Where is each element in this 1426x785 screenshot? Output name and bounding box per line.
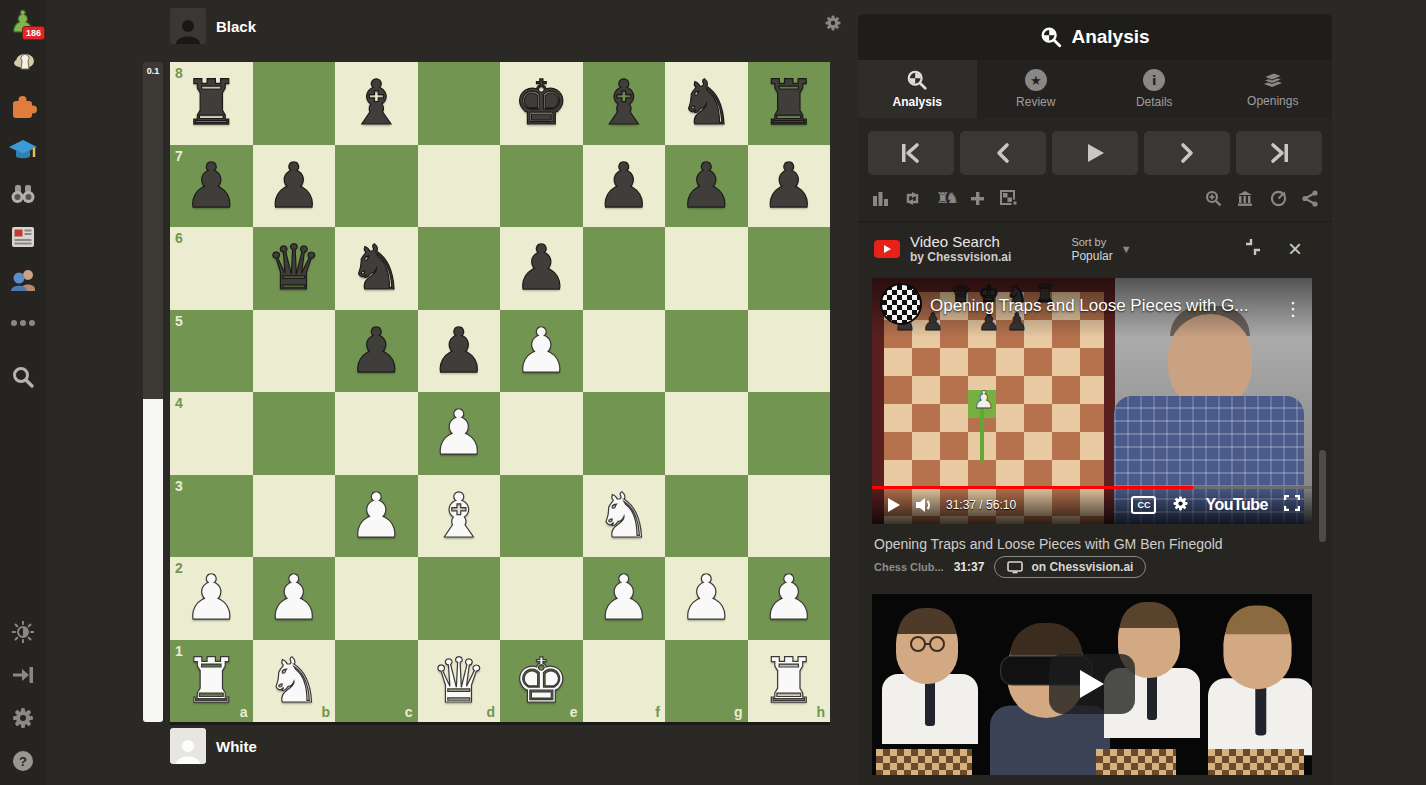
square-e2[interactable]	[500, 557, 583, 640]
square-d7[interactable]	[418, 145, 501, 228]
analysis-tools: ♜♞	[858, 183, 1332, 217]
piece-white-knight[interactable]: ♞	[253, 640, 336, 723]
piece-white-king[interactable]: ♚	[500, 640, 583, 723]
skip-end-icon	[1267, 142, 1291, 164]
gear-icon	[824, 14, 842, 32]
pieces-icon[interactable]: ♜♞	[936, 189, 955, 207]
flip-board-icon[interactable]	[904, 190, 921, 207]
sort-dropdown[interactable]: Sort by Popular ▼	[1071, 235, 1131, 263]
gear-icon	[11, 706, 35, 730]
video-search-title: Video Search	[910, 234, 1011, 250]
rank-label: 3	[175, 478, 183, 494]
piece-black-pawn[interactable]: ♟	[253, 145, 336, 228]
thumb-chessboard	[876, 749, 972, 775]
piece-white-pawn[interactable]: ♟	[335, 475, 418, 558]
evaluation-value: 0.1	[143, 66, 163, 76]
video-progress-fill	[872, 486, 1193, 489]
square-b1[interactable]: b♞	[253, 640, 336, 723]
video-search-widget: Video Search by Chessvision.ai Sort by P…	[858, 221, 1332, 775]
sort-value: Popular	[1071, 249, 1112, 263]
star-circle-icon: ★	[1025, 69, 1047, 91]
square-g6[interactable]	[665, 227, 748, 310]
square-c7[interactable]	[335, 145, 418, 228]
thumbnail-play-button[interactable]	[1049, 654, 1135, 714]
square-h7[interactable]: ♟	[748, 145, 831, 228]
piece-white-pawn[interactable]: ♟	[418, 392, 501, 475]
square-g1[interactable]: g	[665, 640, 748, 723]
sidebar-item-news[interactable]	[7, 221, 39, 253]
square-b5[interactable]	[253, 310, 336, 393]
file-label: f	[655, 704, 660, 720]
volume-icon[interactable]	[915, 497, 934, 513]
piece-white-pawn[interactable]: ♟	[665, 557, 748, 640]
square-c3[interactable]: ♟	[335, 475, 418, 558]
video-menu-icon[interactable]: ⋮	[1284, 298, 1302, 320]
tab-label: Analysis	[893, 95, 942, 109]
binoculars-icon	[9, 182, 37, 206]
tab-openings[interactable]: Openings	[1214, 60, 1333, 118]
video-play-button[interactable]	[886, 497, 901, 513]
piece-black-knight[interactable]: ♞	[665, 62, 748, 145]
avatar[interactable]	[170, 728, 206, 764]
video-settings-gear-icon[interactable]	[1172, 495, 1189, 516]
square-c1[interactable]: c	[335, 640, 418, 723]
piece-white-rook[interactable]: ♜	[170, 640, 253, 723]
tab-details[interactable]: i Details	[1095, 60, 1214, 118]
practice-target-icon[interactable]	[1270, 190, 1287, 207]
player-row-white: White	[170, 726, 830, 766]
brightness-icon	[12, 621, 34, 643]
search-icon	[11, 365, 35, 389]
square-d8[interactable]	[418, 62, 501, 145]
piece-black-rook[interactable]: ♜	[748, 62, 831, 145]
video-timestamp: 31:37	[954, 560, 985, 574]
panel-header: Analysis	[858, 14, 1332, 60]
sidebar-item-watch[interactable]	[7, 178, 39, 210]
square-f4[interactable]	[583, 392, 666, 475]
video-title[interactable]: Opening Traps and Loose Pieces with GM B…	[874, 536, 1316, 552]
square-f7[interactable]: ♟	[583, 145, 666, 228]
piece-black-pawn[interactable]: ♟	[583, 145, 666, 228]
square-a4[interactable]: 4	[170, 392, 253, 475]
piece-black-pawn[interactable]: ♟	[418, 310, 501, 393]
square-d3[interactable]: ♝	[418, 475, 501, 558]
square-e1[interactable]: e♚	[500, 640, 583, 723]
app-sidebar: ♟ 186	[0, 0, 46, 785]
square-a6[interactable]: 6	[170, 227, 253, 310]
video-search-header: Video Search by Chessvision.ai Sort by P…	[858, 234, 1332, 264]
piece-white-pawn[interactable]: ♟	[500, 310, 583, 393]
panel-title: Analysis	[1071, 26, 1149, 48]
monitor-icon	[1007, 561, 1023, 574]
square-e8[interactable]: ♚	[500, 62, 583, 145]
jump-to-end-button[interactable]	[1236, 131, 1322, 175]
square-h5[interactable]	[748, 310, 831, 393]
evaluation-white-section	[143, 399, 163, 722]
scrollbar-thumb[interactable]	[1319, 450, 1326, 542]
piece-white-pawn[interactable]: ♟	[748, 557, 831, 640]
square-g7[interactable]: ♟	[665, 145, 748, 228]
piece-black-queen[interactable]: ♛	[253, 227, 336, 310]
video-player[interactable]: ♛ ♚ ♞ ♜ ♟ ♟ ♟ ♟ ♟ Opening Traps and Loos…	[872, 278, 1312, 524]
jump-to-start-button[interactable]	[868, 131, 954, 175]
square-a5[interactable]: 5	[170, 310, 253, 393]
square-d1[interactable]: d♛	[418, 640, 501, 723]
hand-pawn-icon	[9, 51, 37, 79]
sidebar-item-play[interactable]	[7, 49, 39, 81]
evaluation-bar: 0.1	[143, 62, 163, 722]
square-b7[interactable]: ♟	[253, 145, 336, 228]
avatar[interactable]	[170, 8, 206, 44]
square-g5[interactable]	[665, 310, 748, 393]
chevron-down-icon: ▼	[1121, 243, 1132, 255]
piece-white-pawn[interactable]: ♟	[253, 557, 336, 640]
tab-analysis[interactable]: Analysis	[858, 60, 977, 118]
youtube-icon	[874, 240, 900, 258]
step-forward-button[interactable]	[1144, 131, 1230, 175]
sidebar-item-social[interactable]	[7, 264, 39, 296]
square-g4[interactable]	[665, 392, 748, 475]
square-g3[interactable]	[665, 475, 748, 558]
square-f8[interactable]: ♝	[583, 62, 666, 145]
setup-board-icon[interactable]	[1000, 190, 1019, 207]
step-back-button[interactable]	[960, 131, 1046, 175]
video-search-byline: by Chessvision.ai	[910, 250, 1011, 264]
captions-button[interactable]: CC	[1131, 496, 1156, 514]
piece-white-queen[interactable]: ♛	[418, 640, 501, 723]
newspaper-icon	[10, 225, 36, 249]
piece-black-rook[interactable]: ♜	[170, 62, 253, 145]
thumb-chessboard	[1096, 749, 1176, 775]
square-a7[interactable]: 7♟	[170, 145, 253, 228]
square-b2[interactable]: ♟	[253, 557, 336, 640]
piece-black-pawn[interactable]: ♟	[748, 145, 831, 228]
tab-review[interactable]: ★ Review	[977, 60, 1096, 118]
bar-chart-icon[interactable]	[872, 190, 889, 206]
puzzle-icon	[9, 94, 37, 122]
move-arrow	[980, 406, 984, 462]
sidebar-item-puzzles[interactable]	[7, 92, 39, 124]
square-f5[interactable]	[583, 310, 666, 393]
player-name-white: White	[216, 738, 257, 755]
add-icon[interactable]	[970, 191, 985, 206]
square-e3[interactable]	[500, 475, 583, 558]
library-add-icon[interactable]	[1237, 190, 1255, 207]
thumb-chessboard	[1208, 749, 1304, 775]
file-label: g	[734, 704, 743, 720]
square-c6[interactable]: ♞	[335, 227, 418, 310]
square-d6[interactable]	[418, 227, 501, 310]
video-overlay-title: Opening Traps and Loose Pieces with G...	[872, 278, 1312, 338]
sidebar-item-settings[interactable]	[7, 702, 39, 734]
sort-label: Sort by	[1071, 235, 1112, 249]
player-row-black: Black	[170, 6, 830, 46]
square-e4[interactable]	[500, 392, 583, 475]
piece-black-bishop[interactable]: ♝	[335, 62, 418, 145]
piece-white-pawn[interactable]: ♟	[583, 557, 666, 640]
sidebar-item-search[interactable]	[7, 361, 39, 393]
square-b6[interactable]: ♛	[253, 227, 336, 310]
piece-white-bishop[interactable]: ♝	[418, 475, 501, 558]
square-h4[interactable]	[748, 392, 831, 475]
square-g2[interactable]: ♟	[665, 557, 748, 640]
piece-black-pawn[interactable]: ♟	[335, 310, 418, 393]
info-circle-icon: i	[1143, 69, 1165, 91]
square-b8[interactable]	[253, 62, 336, 145]
tab-label: Details	[1136, 95, 1173, 109]
rank-label: 5	[175, 313, 183, 329]
fullscreen-icon[interactable]	[1284, 495, 1300, 515]
square-d5[interactable]: ♟	[418, 310, 501, 393]
piece-black-pawn[interactable]: ♟	[665, 145, 748, 228]
square-a1[interactable]: 1a♜	[170, 640, 253, 723]
square-a2[interactable]: 2♟	[170, 557, 253, 640]
svg-text:?: ?	[19, 754, 27, 769]
square-b3[interactable]	[253, 475, 336, 558]
play-moves-button[interactable]	[1052, 131, 1138, 175]
chevron-right-icon	[1178, 142, 1196, 164]
square-c8[interactable]: ♝	[335, 62, 418, 145]
notification-badge: 186	[22, 26, 45, 40]
chevron-left-icon	[994, 142, 1012, 164]
sidebar-item-collapse[interactable]	[7, 659, 39, 691]
square-f1[interactable]: f	[583, 640, 666, 723]
square-b4[interactable]	[253, 392, 336, 475]
square-h1[interactable]: h♜	[748, 640, 831, 723]
skip-start-icon	[899, 142, 923, 164]
square-c2[interactable]	[335, 557, 418, 640]
video-controls: 31:37 / 56:10 CC	[872, 486, 1312, 524]
piece-black-king[interactable]: ♚	[500, 62, 583, 145]
collapse-widget-icon[interactable]	[1244, 238, 1262, 260]
square-c4[interactable]	[335, 392, 418, 475]
video-meta: Chess Club... 31:37 on Chessvision.ai	[874, 556, 1316, 578]
sidebar-item-theme[interactable]	[7, 616, 39, 648]
file-label: c	[405, 704, 413, 720]
sidebar-item-learn[interactable]	[7, 135, 39, 167]
video-thumbnail-2[interactable]	[872, 594, 1312, 775]
zoom-in-icon[interactable]	[1205, 190, 1222, 207]
piece-black-pawn[interactable]: ♟	[500, 227, 583, 310]
tab-label: Review	[1016, 95, 1055, 109]
sign-in-arrow-icon	[12, 665, 34, 685]
piece-white-pawn[interactable]: ♟	[170, 557, 253, 640]
piece-black-bishop[interactable]: ♝	[583, 62, 666, 145]
square-d2[interactable]	[418, 557, 501, 640]
on-chessvision-button[interactable]: on Chessvision.ai	[994, 556, 1146, 578]
square-d4[interactable]: ♟	[418, 392, 501, 475]
square-h6[interactable]	[748, 227, 831, 310]
square-h2[interactable]: ♟	[748, 557, 831, 640]
player-name-black: Black	[216, 18, 256, 35]
analysis-magnifier-icon	[906, 69, 928, 91]
books-stack-icon	[1261, 70, 1285, 90]
square-f3[interactable]: ♞	[583, 475, 666, 558]
square-e5[interactable]: ♟	[500, 310, 583, 393]
close-widget-icon[interactable]: ×	[1288, 239, 1302, 259]
square-a8[interactable]: 8♜	[170, 62, 253, 145]
move-navigation	[858, 118, 1332, 183]
chess-logo-icon[interactable]: ♟ 186	[7, 6, 39, 38]
tab-label: Openings	[1247, 94, 1298, 108]
square-c5[interactable]: ♟	[335, 310, 418, 393]
play-icon	[1085, 142, 1105, 164]
video-time-display: 31:37 / 56:10	[946, 498, 1016, 512]
square-h8[interactable]: ♜	[748, 62, 831, 145]
piece-black-pawn[interactable]: ♟	[170, 145, 253, 228]
piece-black-knight[interactable]: ♞	[335, 227, 418, 310]
more-dots-icon	[10, 319, 36, 327]
chess-board[interactable]: 8♜♝♚♝♞♜7♟♟♟♟♟6♛♞♟5♟♟♟4♟3♟♝♞2♟♟♟♟♟1a♜b♞cd…	[170, 62, 830, 722]
piece-white-knight[interactable]: ♞	[583, 475, 666, 558]
analysis-panel: Analysis Analysis ★ Review i Details	[858, 14, 1332, 785]
youtube-logo[interactable]: YouTube	[1205, 496, 1268, 514]
chessvision-logo	[880, 283, 922, 325]
square-e6[interactable]: ♟	[500, 227, 583, 310]
sidebar-item-more[interactable]	[7, 307, 39, 339]
square-a3[interactable]: 3	[170, 475, 253, 558]
square-f2[interactable]: ♟	[583, 557, 666, 640]
square-f6[interactable]	[583, 227, 666, 310]
analysis-magnifier-icon	[1040, 26, 1062, 48]
video-piece-icon: ♟	[973, 386, 995, 414]
square-e7[interactable]	[500, 145, 583, 228]
piece-white-rook[interactable]: ♜	[748, 640, 831, 723]
help-icon: ?	[12, 750, 34, 772]
share-icon[interactable]	[1302, 190, 1318, 207]
sidebar-item-help[interactable]: ?	[7, 745, 39, 777]
video-progress-bar[interactable]	[872, 486, 1312, 489]
square-h3[interactable]	[748, 475, 831, 558]
friends-icon	[9, 267, 37, 293]
panel-tabs: Analysis ★ Review i Details Openings	[858, 60, 1332, 118]
graduation-cap-icon	[8, 138, 38, 164]
board-settings-button[interactable]	[824, 14, 842, 36]
square-g8[interactable]: ♞	[665, 62, 748, 145]
rank-label: 4	[175, 395, 183, 411]
rank-label: 6	[175, 230, 183, 246]
video-channel: Chess Club...	[874, 561, 944, 573]
